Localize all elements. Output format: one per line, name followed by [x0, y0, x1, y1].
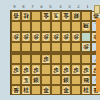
square-82[interactable]: [21, 21, 31, 31]
piece-glyph: 金: [63, 87, 69, 93]
square-58[interactable]: [51, 75, 61, 85]
square-38[interactable]: [71, 75, 81, 85]
square-84[interactable]: [21, 42, 31, 52]
piece-glyph: 飛: [83, 24, 89, 30]
piece-glyph: 玉: [53, 13, 59, 19]
square-66[interactable]: 歩: [41, 54, 51, 64]
piece-glyph: 歩: [13, 67, 19, 73]
square-27[interactable]: 歩: [81, 64, 91, 74]
square-37[interactable]: 歩: [71, 64, 81, 74]
square-21[interactable]: [81, 11, 91, 21]
square-29[interactable]: 桂: [81, 85, 91, 95]
sente-piece-金[interactable]: 金: [62, 86, 70, 94]
sente-piece-歩[interactable]: 歩: [42, 55, 50, 63]
file-label: 1: [85, 4, 91, 8]
file-label: 7: [30, 4, 36, 8]
gote-piece-飛[interactable]: 飛: [82, 22, 90, 30]
square-33[interactable]: 歩: [71, 32, 81, 42]
square-43[interactable]: 歩: [61, 32, 71, 42]
piece-glyph: 金: [63, 13, 69, 19]
file-labels: 987654321: [10, 3, 92, 10]
piece-glyph: 歩: [83, 67, 89, 73]
piece-glyph: 金: [43, 87, 49, 93]
piece-glyph: 歩: [73, 34, 79, 40]
piece-glyph: 歩: [13, 34, 19, 40]
piece-glyph: 歩: [23, 34, 29, 40]
sente-piece-歩[interactable]: 歩: [32, 65, 40, 73]
sente-piece-飛[interactable]: 飛: [82, 76, 90, 84]
file-label: 5: [48, 4, 54, 8]
square-23[interactable]: [81, 32, 91, 42]
sente-piece-歩[interactable]: 歩: [12, 65, 20, 73]
square-64[interactable]: [41, 42, 51, 52]
piece-glyph: 歩: [83, 44, 89, 50]
sente-piece-桂[interactable]: 桂: [82, 86, 90, 94]
square-52[interactable]: [51, 21, 61, 31]
sente-piece-金[interactable]: 金: [42, 86, 50, 94]
gote-piece-金[interactable]: 金: [62, 12, 70, 20]
gote-piece-歩[interactable]: 歩: [62, 33, 70, 41]
square-71[interactable]: [31, 11, 41, 21]
square-34[interactable]: [71, 42, 81, 52]
square-76[interactable]: [31, 54, 41, 64]
sente-piece-銀[interactable]: 銀: [32, 76, 40, 84]
piece-glyph: 歩: [23, 67, 29, 73]
piece-glyph: 歩: [63, 34, 69, 40]
eval-bar[interactable]: [96, 18, 100, 92]
piece-glyph: 歩: [33, 67, 39, 73]
square-31[interactable]: 銀: [71, 11, 81, 21]
square-94[interactable]: [11, 42, 21, 52]
piece-glyph: 歩: [73, 67, 79, 73]
gote-piece-歩[interactable]: 歩: [42, 33, 50, 41]
square-79[interactable]: [31, 85, 41, 95]
square-83[interactable]: 歩: [21, 32, 31, 42]
piece-glyph: 桂: [23, 13, 29, 19]
square-86[interactable]: [21, 54, 31, 64]
square-97[interactable]: 歩: [11, 64, 21, 74]
square-63[interactable]: 歩: [41, 32, 51, 42]
gote-piece-歩[interactable]: 歩: [22, 33, 30, 41]
shogi-board[interactable]: 香桂金玉金銀香飛歩歩歩歩歩歩歩歩歩歩歩歩歩歩歩歩歩歩玉銀銀飛香桂金金桂香: [10, 10, 92, 95]
square-93[interactable]: 歩: [11, 32, 21, 42]
gote-piece-金[interactable]: 金: [42, 12, 50, 20]
square-49[interactable]: 金: [61, 85, 71, 95]
sente-piece-香[interactable]: 香: [12, 86, 20, 94]
square-89[interactable]: 桂: [21, 85, 31, 95]
shogi-app: 987654321 一二三四五六七八九 香桂金玉金銀香飛歩歩歩歩歩歩歩歩歩歩歩歩…: [0, 0, 100, 100]
piece-glyph: 歩: [43, 34, 49, 40]
piece-glyph: 歩: [53, 67, 59, 73]
sente-piece-桂[interactable]: 桂: [22, 86, 30, 94]
sente-piece-玉[interactable]: 玉: [22, 76, 30, 84]
piece-glyph: 香: [13, 13, 19, 19]
sente-piece-歩[interactable]: 歩: [72, 65, 80, 73]
square-22[interactable]: 飛: [81, 21, 91, 31]
square-26[interactable]: [81, 54, 91, 64]
square-91[interactable]: 香: [11, 11, 21, 21]
square-53[interactable]: 歩: [51, 32, 61, 42]
square-74[interactable]: [31, 42, 41, 52]
square-69[interactable]: 金: [41, 85, 51, 95]
sente-piece-歩[interactable]: 歩: [22, 65, 30, 73]
piece-glyph: 歩: [33, 34, 39, 40]
square-28[interactable]: 飛: [81, 75, 91, 85]
square-81[interactable]: 桂: [21, 11, 31, 21]
square-24[interactable]: 歩: [81, 42, 91, 52]
piece-stand: [94, 5, 100, 14]
gote-piece-銀[interactable]: 銀: [72, 12, 80, 20]
piece-glyph: 歩: [43, 56, 49, 62]
piece-glyph: 桂: [23, 87, 29, 93]
square-56[interactable]: [51, 54, 61, 64]
file-label: 4: [57, 4, 63, 8]
square-44[interactable]: [61, 42, 71, 52]
square-51[interactable]: 玉: [51, 11, 61, 21]
gote-piece-歩[interactable]: 歩: [52, 33, 60, 41]
square-72[interactable]: [31, 21, 41, 31]
square-41[interactable]: 金: [61, 11, 71, 21]
sente-piece-歩[interactable]: 歩: [52, 65, 60, 73]
square-32[interactable]: [71, 21, 81, 31]
square-92[interactable]: [11, 21, 21, 31]
square-68[interactable]: [41, 75, 51, 85]
square-46[interactable]: [61, 54, 71, 64]
square-73[interactable]: 歩: [31, 32, 41, 42]
file-label: 8: [21, 4, 27, 8]
square-77[interactable]: 歩: [31, 64, 41, 74]
gote-piece-香[interactable]: 香: [12, 12, 20, 20]
piece-glyph: 銀: [73, 13, 79, 19]
file-label: 6: [39, 4, 45, 8]
square-61[interactable]: 金: [41, 11, 51, 21]
sente-piece-銀[interactable]: 銀: [62, 76, 70, 84]
piece-glyph: 香: [13, 87, 19, 93]
square-39[interactable]: [71, 85, 81, 95]
square-54[interactable]: [51, 42, 61, 52]
piece-glyph: 桂: [83, 87, 89, 93]
file-label: 3: [66, 4, 72, 8]
square-48[interactable]: 銀: [61, 75, 71, 85]
piece-glyph: 玉: [23, 77, 29, 83]
square-98[interactable]: [11, 75, 21, 85]
piece-glyph: 歩: [63, 67, 69, 73]
square-36[interactable]: [71, 54, 81, 64]
square-47[interactable]: 歩: [61, 64, 71, 74]
piece-glyph: 飛: [83, 77, 89, 83]
gote-piece-玉[interactable]: 玉: [52, 12, 60, 20]
piece-glyph: 銀: [63, 77, 69, 83]
square-87[interactable]: 歩: [21, 64, 31, 74]
square-96[interactable]: [11, 54, 21, 64]
sente-piece-歩[interactable]: 歩: [62, 65, 70, 73]
square-59[interactable]: [51, 85, 61, 95]
file-label: 9: [12, 4, 18, 8]
piece-glyph: 銀: [33, 77, 39, 83]
gote-piece-歩[interactable]: 歩: [32, 33, 40, 41]
gote-piece-歩[interactable]: 歩: [82, 43, 90, 51]
sente-piece-歩[interactable]: 歩: [82, 65, 90, 73]
square-99[interactable]: 香: [11, 85, 21, 95]
gote-piece-桂[interactable]: 桂: [22, 12, 30, 20]
gote-piece-歩[interactable]: 歩: [12, 33, 20, 41]
piece-glyph: 歩: [53, 34, 59, 40]
gote-piece-歩[interactable]: 歩: [72, 33, 80, 41]
file-label: 2: [75, 4, 81, 8]
square-88[interactable]: 玉: [21, 75, 31, 85]
square-67[interactable]: [41, 64, 51, 74]
square-78[interactable]: 銀: [31, 75, 41, 85]
square-62[interactable]: [41, 21, 51, 31]
piece-glyph: 金: [43, 13, 49, 19]
square-42[interactable]: [61, 21, 71, 31]
square-57[interactable]: 歩: [51, 64, 61, 74]
